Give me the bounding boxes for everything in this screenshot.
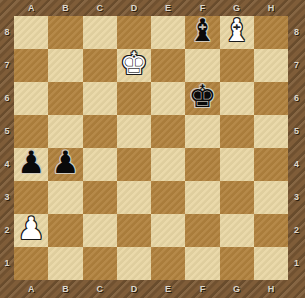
square-d3[interactable] (117, 181, 151, 214)
square-e6[interactable] (151, 82, 185, 115)
square-g6[interactable] (220, 82, 254, 115)
coordinate-label-e: E (151, 0, 185, 16)
square-h1[interactable] (254, 247, 288, 280)
square-a4[interactable]: ♟ (14, 148, 48, 181)
piece-black-bishop[interactable]: ♝ (188, 15, 216, 46)
piece-black-pawn[interactable]: ♟ (17, 147, 45, 178)
coordinate-label-h: H (254, 0, 288, 16)
square-g1[interactable] (220, 247, 254, 280)
square-a2[interactable]: ♟ (14, 214, 48, 247)
coordinate-label-4: 4 (0, 148, 14, 181)
square-d1[interactable] (117, 247, 151, 280)
piece-white-bishop[interactable]: ♝ (223, 15, 251, 46)
piece-white-king[interactable]: ♚ (120, 48, 148, 79)
coordinate-label-a: A (14, 0, 48, 16)
square-d4[interactable] (117, 148, 151, 181)
square-a6[interactable] (14, 82, 48, 115)
coordinate-label-f: F (185, 280, 219, 298)
square-h3[interactable] (254, 181, 288, 214)
square-e8[interactable] (151, 16, 185, 49)
square-e7[interactable] (151, 49, 185, 82)
square-h8[interactable] (254, 16, 288, 49)
rank-labels-right: 87654321 (288, 16, 305, 280)
coordinate-label-e: E (151, 280, 185, 298)
square-g8[interactable]: ♝ (220, 16, 254, 49)
square-e1[interactable] (151, 247, 185, 280)
coordinate-label-6: 6 (0, 82, 14, 115)
square-b4[interactable]: ♟ (48, 148, 82, 181)
square-f3[interactable] (185, 181, 219, 214)
square-b3[interactable] (48, 181, 82, 214)
square-h2[interactable] (254, 214, 288, 247)
square-f5[interactable] (185, 115, 219, 148)
square-b2[interactable] (48, 214, 82, 247)
square-c2[interactable] (83, 214, 117, 247)
square-e5[interactable] (151, 115, 185, 148)
square-c1[interactable] (83, 247, 117, 280)
square-g2[interactable] (220, 214, 254, 247)
square-c3[interactable] (83, 181, 117, 214)
square-f6[interactable]: ♚ (185, 82, 219, 115)
square-f8[interactable]: ♝ (185, 16, 219, 49)
square-f2[interactable] (185, 214, 219, 247)
square-d5[interactable] (117, 115, 151, 148)
square-d6[interactable] (117, 82, 151, 115)
coordinate-label-2: 2 (288, 214, 305, 247)
square-h7[interactable] (254, 49, 288, 82)
chess-board-frame: ABCDEFGH ABCDEFGH 87654321 87654321 ♝♝♚♚… (0, 0, 305, 298)
coordinate-label-7: 7 (0, 49, 14, 82)
square-d7[interactable]: ♚ (117, 49, 151, 82)
coordinate-label-7: 7 (288, 49, 305, 82)
square-h6[interactable] (254, 82, 288, 115)
coordinate-label-6: 6 (288, 82, 305, 115)
square-c6[interactable] (83, 82, 117, 115)
square-g3[interactable] (220, 181, 254, 214)
coordinate-label-1: 1 (0, 247, 14, 280)
square-e2[interactable] (151, 214, 185, 247)
coordinate-label-b: B (48, 280, 82, 298)
coordinate-label-b: B (48, 0, 82, 16)
coordinate-label-3: 3 (288, 181, 305, 214)
square-h4[interactable] (254, 148, 288, 181)
square-c5[interactable] (83, 115, 117, 148)
square-g7[interactable] (220, 49, 254, 82)
square-f4[interactable] (185, 148, 219, 181)
coordinate-label-c: C (83, 280, 117, 298)
coordinate-label-g: G (220, 280, 254, 298)
square-c8[interactable] (83, 16, 117, 49)
square-b8[interactable] (48, 16, 82, 49)
square-e4[interactable] (151, 148, 185, 181)
coordinate-label-2: 2 (0, 214, 14, 247)
square-b1[interactable] (48, 247, 82, 280)
rank-labels-left: 87654321 (0, 16, 14, 280)
coordinate-label-8: 8 (0, 16, 14, 49)
square-g4[interactable] (220, 148, 254, 181)
coordinate-label-8: 8 (288, 16, 305, 49)
coordinate-label-3: 3 (0, 181, 14, 214)
square-f1[interactable] (185, 247, 219, 280)
coordinate-label-4: 4 (288, 148, 305, 181)
square-a7[interactable] (14, 49, 48, 82)
square-a8[interactable] (14, 16, 48, 49)
piece-black-pawn[interactable]: ♟ (51, 147, 79, 178)
square-g5[interactable] (220, 115, 254, 148)
square-c4[interactable] (83, 148, 117, 181)
square-b7[interactable] (48, 49, 82, 82)
coordinate-label-h: H (254, 280, 288, 298)
piece-white-pawn[interactable]: ♟ (17, 213, 45, 244)
coordinate-label-5: 5 (288, 115, 305, 148)
square-c7[interactable] (83, 49, 117, 82)
square-h5[interactable] (254, 115, 288, 148)
chess-board: ♝♝♚♚♟♟♟ (14, 16, 288, 280)
coordinate-label-c: C (83, 0, 117, 16)
square-d2[interactable] (117, 214, 151, 247)
coordinate-label-1: 1 (288, 247, 305, 280)
coordinate-label-d: D (117, 280, 151, 298)
square-a1[interactable] (14, 247, 48, 280)
coordinate-label-a: A (14, 280, 48, 298)
piece-black-king[interactable]: ♚ (188, 81, 216, 112)
coordinate-label-5: 5 (0, 115, 14, 148)
file-labels-bottom: ABCDEFGH (14, 280, 288, 298)
coordinate-label-d: D (117, 0, 151, 16)
square-b6[interactable] (48, 82, 82, 115)
square-e3[interactable] (151, 181, 185, 214)
